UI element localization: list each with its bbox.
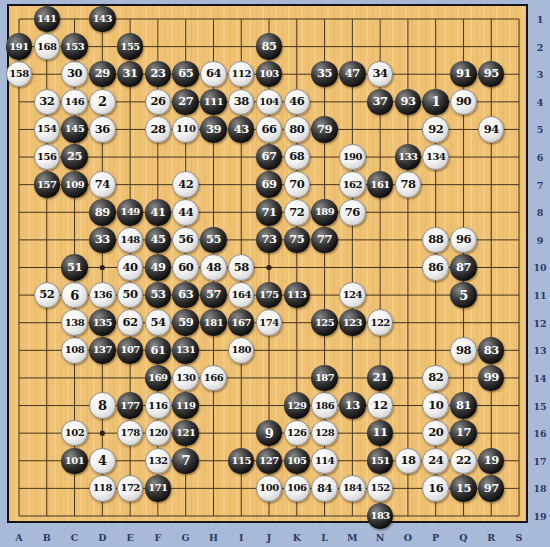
stone-black[interactable]: 35 bbox=[311, 61, 338, 88]
stone-white[interactable]: 16 bbox=[422, 475, 449, 502]
stone-black[interactable]: 95 bbox=[478, 61, 505, 88]
stone-black[interactable]: 99 bbox=[478, 365, 505, 392]
move-number: 101 bbox=[65, 456, 84, 466]
stone-black[interactable]: 75 bbox=[284, 227, 311, 254]
move-number: 46 bbox=[289, 96, 304, 108]
move-number: 24 bbox=[428, 455, 443, 467]
stone-white[interactable]: 100 bbox=[256, 475, 283, 502]
stone-white[interactable]: 106 bbox=[284, 475, 311, 502]
move-number: 94 bbox=[484, 124, 499, 136]
move-number: 146 bbox=[65, 97, 84, 107]
row-label: 17 bbox=[533, 455, 546, 466]
row-label: 13 bbox=[533, 345, 546, 356]
stone-white[interactable]: 32 bbox=[34, 89, 61, 116]
move-number: 104 bbox=[259, 97, 278, 107]
move-number: 181 bbox=[204, 318, 223, 328]
move-number: 77 bbox=[317, 234, 332, 246]
stone-white[interactable]: 12 bbox=[367, 392, 394, 419]
stone-black[interactable]: 105 bbox=[284, 448, 311, 475]
stone-black[interactable]: 63 bbox=[172, 282, 199, 309]
stone-white[interactable]: 64 bbox=[200, 61, 227, 88]
stone-black[interactable]: 87 bbox=[450, 254, 477, 281]
move-number: 127 bbox=[259, 456, 278, 466]
move-number: 90 bbox=[456, 96, 471, 108]
goban[interactable]: 1245678910111213151617181920212223242526… bbox=[7, 4, 528, 523]
move-number: 184 bbox=[343, 483, 362, 493]
move-number: 130 bbox=[176, 373, 195, 383]
stone-black[interactable]: 91 bbox=[450, 61, 477, 88]
move-number: 58 bbox=[234, 262, 249, 274]
move-number: 51 bbox=[67, 262, 82, 274]
stone-black[interactable]: 73 bbox=[256, 227, 283, 254]
move-number: 98 bbox=[456, 345, 471, 357]
stone-black[interactable]: 143 bbox=[89, 6, 116, 33]
move-number: 1 bbox=[431, 95, 440, 108]
move-number: 37 bbox=[373, 96, 388, 108]
stone-white[interactable]: 66 bbox=[256, 116, 283, 143]
row-label: 1 bbox=[537, 14, 544, 25]
stone-white[interactable]: 132 bbox=[145, 448, 172, 475]
move-number: 48 bbox=[206, 262, 221, 274]
stone-black[interactable]: 51 bbox=[61, 254, 88, 281]
stone-black[interactable]: 153 bbox=[61, 33, 88, 60]
stone-black[interactable]: 129 bbox=[284, 392, 311, 419]
stone-black[interactable]: 169 bbox=[145, 365, 172, 392]
stone-white[interactable]: 34 bbox=[367, 61, 394, 88]
stone-white[interactable]: 174 bbox=[256, 309, 283, 336]
stone-black[interactable]: 175 bbox=[256, 282, 283, 309]
stone-white[interactable]: 82 bbox=[422, 365, 449, 392]
row-label: 16 bbox=[533, 428, 546, 439]
stone-white[interactable]: 126 bbox=[284, 420, 311, 447]
move-number: 162 bbox=[343, 180, 362, 190]
stone-black[interactable]: 127 bbox=[256, 448, 283, 475]
move-number: 52 bbox=[39, 289, 54, 301]
stone-white[interactable]: 18 bbox=[395, 448, 422, 475]
move-number: 6 bbox=[70, 289, 79, 302]
stone-black[interactable]: 123 bbox=[339, 309, 366, 336]
move-number: 151 bbox=[370, 456, 389, 466]
move-number: 80 bbox=[289, 124, 304, 136]
stone-black[interactable]: 85 bbox=[256, 33, 283, 60]
stone-white[interactable]: 46 bbox=[284, 89, 311, 116]
stone-white[interactable]: 68 bbox=[284, 144, 311, 171]
stone-black[interactable]: 11 bbox=[367, 420, 394, 447]
move-number: 60 bbox=[178, 262, 193, 274]
stone-white[interactable]: 62 bbox=[117, 309, 144, 336]
col-label: B bbox=[43, 532, 51, 543]
stone-white[interactable]: 54 bbox=[145, 309, 172, 336]
move-number: 70 bbox=[289, 179, 304, 191]
stone-black[interactable]: 131 bbox=[172, 337, 199, 364]
col-label: O bbox=[404, 532, 412, 543]
stone-white[interactable]: 158 bbox=[6, 61, 33, 88]
stone-black[interactable]: 59 bbox=[172, 309, 199, 336]
stone-black[interactable]: 181 bbox=[200, 309, 227, 336]
stone-black[interactable]: 53 bbox=[145, 282, 172, 309]
stone-black[interactable]: 183 bbox=[367, 503, 394, 530]
move-number: 156 bbox=[37, 152, 56, 162]
move-number: 116 bbox=[148, 401, 167, 411]
kifu-diagram: 1245678910111213151617181920212223242526… bbox=[0, 0, 550, 547]
stone-black[interactable]: 79 bbox=[311, 116, 338, 143]
stone-white[interactable]: 80 bbox=[284, 116, 311, 143]
move-number: 31 bbox=[123, 68, 138, 80]
move-number: 149 bbox=[120, 207, 139, 217]
move-number: 123 bbox=[343, 318, 362, 328]
move-number: 44 bbox=[178, 207, 193, 219]
move-number: 107 bbox=[120, 345, 139, 355]
stone-white[interactable]: 110 bbox=[172, 116, 199, 143]
stone-black[interactable]: 97 bbox=[478, 475, 505, 502]
stone-black[interactable]: 149 bbox=[117, 199, 144, 226]
stone-black[interactable]: 9 bbox=[256, 420, 283, 447]
move-number: 18 bbox=[400, 455, 415, 467]
stone-white[interactable]: 102 bbox=[61, 420, 88, 447]
stone-white[interactable]: 104 bbox=[256, 89, 283, 116]
stone-white[interactable]: 72 bbox=[284, 199, 311, 226]
stone-white[interactable]: 168 bbox=[34, 33, 61, 60]
move-number: 76 bbox=[345, 207, 360, 219]
move-number: 177 bbox=[120, 401, 139, 411]
stone-black[interactable]: 125 bbox=[311, 309, 338, 336]
move-number: 64 bbox=[206, 68, 221, 80]
stone-black[interactable]: 61 bbox=[145, 337, 172, 364]
stone-black[interactable]: 37 bbox=[367, 89, 394, 116]
stone-white[interactable]: 8 bbox=[89, 392, 116, 419]
stone-black[interactable]: 41 bbox=[145, 199, 172, 226]
stone-white[interactable]: 180 bbox=[228, 337, 255, 364]
move-number: 81 bbox=[456, 400, 471, 412]
row-label: 5 bbox=[537, 124, 544, 135]
stone-white[interactable]: 172 bbox=[117, 475, 144, 502]
row-label: 2 bbox=[537, 41, 544, 52]
move-number: 42 bbox=[178, 179, 193, 191]
move-number: 82 bbox=[428, 372, 443, 384]
stone-white[interactable]: 136 bbox=[89, 282, 116, 309]
stone-black[interactable]: 113 bbox=[284, 282, 311, 309]
move-number: 53 bbox=[150, 289, 165, 301]
stone-black[interactable]: 135 bbox=[89, 309, 116, 336]
stone-white[interactable]: 156 bbox=[34, 144, 61, 171]
stone-black[interactable]: 189 bbox=[311, 199, 338, 226]
stone-white[interactable]: 38 bbox=[228, 89, 255, 116]
stone-black[interactable]: 17 bbox=[450, 420, 477, 447]
stone-white[interactable]: 88 bbox=[422, 227, 449, 254]
stone-white[interactable]: 86 bbox=[422, 254, 449, 281]
stone-black[interactable]: 115 bbox=[228, 448, 255, 475]
stone-white[interactable]: 76 bbox=[339, 199, 366, 226]
stone-white[interactable]: 58 bbox=[228, 254, 255, 281]
stone-white[interactable]: 70 bbox=[284, 171, 311, 198]
stone-white[interactable]: 114 bbox=[311, 448, 338, 475]
stone-white[interactable]: 40 bbox=[117, 254, 144, 281]
stone-white[interactable]: 42 bbox=[172, 171, 199, 198]
move-number: 74 bbox=[95, 179, 110, 191]
stone-black[interactable]: 89 bbox=[89, 199, 116, 226]
move-number: 115 bbox=[232, 456, 251, 466]
stone-white[interactable]: 24 bbox=[422, 448, 449, 475]
move-number: 126 bbox=[287, 428, 306, 438]
col-label: C bbox=[71, 532, 79, 543]
stone-black[interactable]: 33 bbox=[89, 227, 116, 254]
move-number: 161 bbox=[370, 180, 389, 190]
stone-black[interactable]: 5 bbox=[450, 282, 477, 309]
move-number: 102 bbox=[65, 428, 84, 438]
stone-white[interactable]: 90 bbox=[450, 89, 477, 116]
move-number: 183 bbox=[370, 511, 389, 521]
move-number: 106 bbox=[287, 483, 306, 493]
stone-black[interactable]: 1 bbox=[422, 89, 449, 116]
col-label: Q bbox=[459, 532, 467, 543]
stone-black[interactable]: 55 bbox=[200, 227, 227, 254]
move-number: 69 bbox=[261, 179, 276, 191]
stone-black[interactable]: 77 bbox=[311, 227, 338, 254]
stone-white[interactable]: 164 bbox=[228, 282, 255, 309]
stone-white[interactable]: 4 bbox=[89, 448, 116, 475]
stone-white[interactable]: 178 bbox=[117, 420, 144, 447]
move-number: 120 bbox=[148, 428, 167, 438]
stone-black[interactable]: 49 bbox=[145, 254, 172, 281]
col-label: A bbox=[15, 532, 22, 543]
move-number: 7 bbox=[181, 454, 190, 467]
stone-black[interactable]: 19 bbox=[478, 448, 505, 475]
move-number: 157 bbox=[37, 180, 56, 190]
stone-black[interactable]: 31 bbox=[117, 61, 144, 88]
stone-black[interactable]: 7 bbox=[172, 448, 199, 475]
stone-white[interactable]: 124 bbox=[339, 282, 366, 309]
move-number: 96 bbox=[456, 234, 471, 246]
move-number: 75 bbox=[289, 234, 304, 246]
row-label: 7 bbox=[537, 179, 544, 190]
stone-white[interactable]: 10 bbox=[422, 392, 449, 419]
move-number: 65 bbox=[178, 68, 193, 80]
stone-black[interactable]: 81 bbox=[450, 392, 477, 419]
col-label: E bbox=[126, 532, 133, 543]
row-label: 9 bbox=[537, 234, 544, 245]
move-number: 190 bbox=[343, 152, 362, 162]
move-number: 28 bbox=[150, 124, 165, 136]
move-number: 39 bbox=[206, 124, 221, 136]
stone-black[interactable]: 83 bbox=[478, 337, 505, 364]
stone-black[interactable]: 157 bbox=[34, 171, 61, 198]
stone-white[interactable]: 184 bbox=[339, 475, 366, 502]
stone-white[interactable]: 98 bbox=[450, 337, 477, 364]
move-number: 85 bbox=[261, 41, 276, 53]
stone-black[interactable]: 151 bbox=[367, 448, 394, 475]
stone-white[interactable]: 112 bbox=[228, 61, 255, 88]
move-number: 112 bbox=[232, 69, 251, 79]
move-number: 72 bbox=[289, 207, 304, 219]
move-number: 10 bbox=[428, 400, 443, 412]
stone-black[interactable]: 167 bbox=[228, 309, 255, 336]
stone-black[interactable]: 141 bbox=[34, 6, 61, 33]
stone-white[interactable]: 26 bbox=[145, 89, 172, 116]
stones-grid: 1245678910111213151617181920212223242526… bbox=[5, 5, 533, 530]
col-label: N bbox=[376, 532, 385, 543]
row-label: 18 bbox=[533, 483, 546, 494]
move-number: 171 bbox=[148, 483, 167, 493]
move-number: 133 bbox=[398, 152, 417, 162]
stone-white[interactable]: 6 bbox=[61, 282, 88, 309]
move-number: 55 bbox=[206, 234, 221, 246]
move-number: 32 bbox=[39, 96, 54, 108]
move-number: 110 bbox=[176, 124, 195, 134]
stone-black[interactable]: 155 bbox=[117, 33, 144, 60]
move-number: 95 bbox=[484, 68, 499, 80]
stone-black[interactable]: 45 bbox=[145, 227, 172, 254]
move-number: 109 bbox=[65, 180, 84, 190]
stone-black[interactable]: 93 bbox=[395, 89, 422, 116]
stone-black[interactable]: 101 bbox=[61, 448, 88, 475]
stone-black[interactable]: 137 bbox=[89, 337, 116, 364]
move-number: 29 bbox=[95, 68, 110, 80]
stone-white[interactable]: 36 bbox=[89, 116, 116, 143]
move-number: 30 bbox=[67, 68, 82, 80]
stone-black[interactable]: 103 bbox=[256, 61, 283, 88]
stone-black[interactable]: 29 bbox=[89, 61, 116, 88]
stone-white[interactable]: 44 bbox=[172, 199, 199, 226]
move-number: 17 bbox=[456, 427, 471, 439]
move-number: 174 bbox=[259, 318, 278, 328]
stone-white[interactable]: 28 bbox=[145, 116, 172, 143]
stone-black[interactable]: 145 bbox=[61, 116, 88, 143]
stone-white[interactable]: 50 bbox=[117, 282, 144, 309]
stone-white[interactable]: 84 bbox=[311, 475, 338, 502]
stone-black[interactable]: 27 bbox=[172, 89, 199, 116]
stone-white[interactable]: 146 bbox=[61, 89, 88, 116]
stone-white[interactable]: 116 bbox=[145, 392, 172, 419]
stone-white[interactable]: 30 bbox=[61, 61, 88, 88]
stone-white[interactable]: 148 bbox=[117, 227, 144, 254]
stone-white[interactable]: 138 bbox=[61, 309, 88, 336]
stone-white[interactable]: 128 bbox=[311, 420, 338, 447]
stone-black[interactable]: 21 bbox=[367, 365, 394, 392]
stone-white[interactable]: 56 bbox=[172, 227, 199, 254]
stone-white[interactable]: 152 bbox=[367, 475, 394, 502]
stone-white[interactable]: 186 bbox=[311, 392, 338, 419]
move-number: 11 bbox=[373, 427, 388, 439]
move-number: 34 bbox=[373, 68, 388, 80]
stone-white[interactable]: 48 bbox=[200, 254, 227, 281]
stone-black[interactable]: 65 bbox=[172, 61, 199, 88]
stone-black[interactable]: 23 bbox=[145, 61, 172, 88]
stone-black[interactable]: 133 bbox=[395, 144, 422, 171]
stone-black[interactable]: 111 bbox=[200, 89, 227, 116]
stone-black[interactable]: 67 bbox=[256, 144, 283, 171]
row-label: 15 bbox=[533, 400, 546, 411]
move-number: 8 bbox=[98, 399, 107, 412]
stone-black[interactable]: 13 bbox=[339, 392, 366, 419]
stone-white[interactable]: 60 bbox=[172, 254, 199, 281]
col-label: D bbox=[98, 532, 106, 543]
stone-black[interactable]: 171 bbox=[145, 475, 172, 502]
row-label: 4 bbox=[537, 96, 544, 107]
stone-white[interactable]: 22 bbox=[450, 448, 477, 475]
col-label: P bbox=[432, 532, 439, 543]
move-number: 137 bbox=[93, 345, 112, 355]
stone-black[interactable]: 187 bbox=[311, 365, 338, 392]
stone-black[interactable]: 25 bbox=[61, 144, 88, 171]
move-number: 47 bbox=[345, 68, 360, 80]
col-label: M bbox=[347, 532, 358, 543]
stone-white[interactable]: 96 bbox=[450, 227, 477, 254]
row-label: 3 bbox=[537, 69, 544, 80]
stone-white[interactable]: 154 bbox=[34, 116, 61, 143]
stone-white[interactable]: 52 bbox=[34, 282, 61, 309]
stone-black[interactable]: 191 bbox=[6, 33, 33, 60]
move-number: 61 bbox=[150, 345, 165, 357]
move-number: 168 bbox=[37, 42, 56, 52]
move-number: 43 bbox=[234, 124, 249, 136]
stone-white[interactable]: 120 bbox=[145, 420, 172, 447]
stone-white[interactable]: 130 bbox=[172, 365, 199, 392]
stone-black[interactable]: 47 bbox=[339, 61, 366, 88]
move-number: 125 bbox=[315, 318, 334, 328]
stone-white[interactable]: 134 bbox=[422, 144, 449, 171]
stone-black[interactable]: 161 bbox=[367, 171, 394, 198]
move-number: 79 bbox=[317, 124, 332, 136]
move-number: 4 bbox=[98, 454, 107, 467]
move-number: 73 bbox=[261, 234, 276, 246]
stone-white[interactable]: 74 bbox=[89, 171, 116, 198]
stone-black[interactable]: 69 bbox=[256, 171, 283, 198]
col-label: S bbox=[516, 532, 523, 543]
move-number: 54 bbox=[150, 317, 165, 329]
move-number: 154 bbox=[37, 124, 56, 134]
col-label: L bbox=[321, 532, 328, 543]
stone-white[interactable]: 108 bbox=[61, 337, 88, 364]
stone-black[interactable]: 15 bbox=[450, 475, 477, 502]
stone-black[interactable]: 39 bbox=[200, 116, 227, 143]
stone-white[interactable]: 190 bbox=[339, 144, 366, 171]
row-label: 10 bbox=[533, 262, 546, 273]
move-number: 93 bbox=[400, 96, 415, 108]
move-number: 129 bbox=[287, 401, 306, 411]
col-label: J bbox=[267, 532, 272, 543]
stone-white[interactable]: 94 bbox=[478, 116, 505, 143]
stone-white[interactable]: 162 bbox=[339, 171, 366, 198]
stone-white[interactable]: 92 bbox=[422, 116, 449, 143]
stone-black[interactable]: 177 bbox=[117, 392, 144, 419]
move-number: 153 bbox=[65, 42, 84, 52]
move-number: 25 bbox=[67, 151, 82, 163]
stone-black[interactable]: 109 bbox=[61, 171, 88, 198]
move-number: 2 bbox=[98, 95, 107, 108]
stone-white[interactable]: 122 bbox=[367, 309, 394, 336]
stone-black[interactable]: 119 bbox=[172, 392, 199, 419]
stone-black[interactable]: 71 bbox=[256, 199, 283, 226]
stone-black[interactable]: 107 bbox=[117, 337, 144, 364]
move-number: 49 bbox=[150, 262, 165, 274]
move-number: 33 bbox=[95, 234, 110, 246]
move-number: 191 bbox=[9, 42, 28, 52]
stone-black[interactable]: 57 bbox=[200, 282, 227, 309]
move-number: 50 bbox=[123, 289, 138, 301]
move-number: 89 bbox=[95, 207, 110, 219]
move-number: 12 bbox=[373, 400, 388, 412]
stone-black[interactable]: 43 bbox=[228, 116, 255, 143]
stone-white[interactable]: 166 bbox=[200, 365, 227, 392]
stone-white[interactable]: 118 bbox=[89, 475, 116, 502]
move-number: 113 bbox=[287, 290, 306, 300]
stone-white[interactable]: 20 bbox=[422, 420, 449, 447]
move-number: 9 bbox=[265, 427, 274, 440]
move-number: 35 bbox=[317, 68, 332, 80]
stone-white[interactable]: 2 bbox=[89, 89, 116, 116]
stone-black[interactable]: 121 bbox=[172, 420, 199, 447]
stone-white[interactable]: 78 bbox=[395, 171, 422, 198]
